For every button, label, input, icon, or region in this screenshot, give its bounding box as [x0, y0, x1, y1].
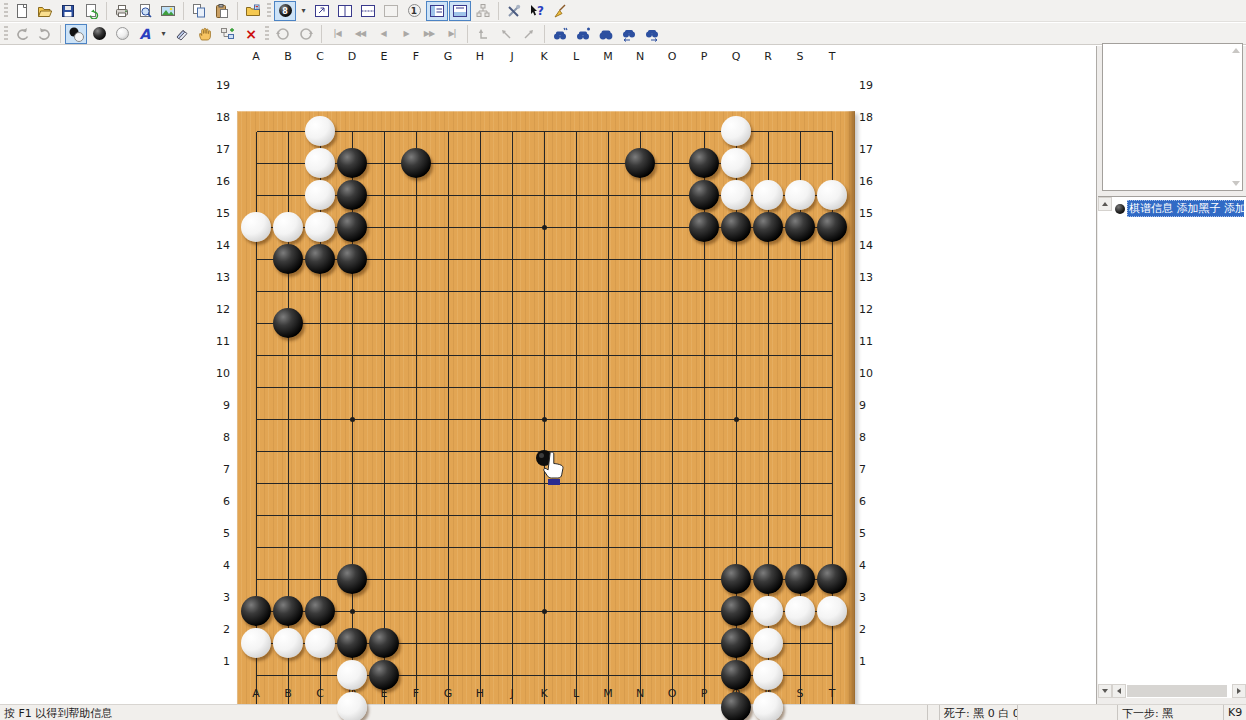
pane-layout-button[interactable]: [380, 1, 402, 21]
cell-J2[interactable]: [496, 659, 528, 691]
toolbar-gripper[interactable]: [267, 3, 271, 19]
cell-B9[interactable]: [272, 435, 304, 467]
branch-up-button[interactable]: [472, 24, 494, 44]
cell-P14[interactable]: [688, 275, 720, 307]
cell-L15[interactable]: [560, 243, 592, 275]
copy-button[interactable]: [188, 1, 210, 21]
cell-P13[interactable]: [688, 307, 720, 339]
cell-D1[interactable]: [336, 691, 368, 720]
cell-F2[interactable]: [400, 659, 432, 691]
cell-K19[interactable]: [528, 115, 560, 147]
cell-J5[interactable]: [496, 563, 528, 595]
cell-Q7[interactable]: [720, 499, 752, 531]
cell-B15[interactable]: [272, 243, 304, 275]
cell-T17[interactable]: [816, 179, 848, 211]
cell-F18[interactable]: [400, 147, 432, 179]
cell-A4[interactable]: [240, 595, 272, 627]
cell-L16[interactable]: [560, 211, 592, 243]
cell-D7[interactable]: [336, 499, 368, 531]
cell-B7[interactable]: [272, 499, 304, 531]
tree-scroll-down-button[interactable]: [1098, 684, 1112, 698]
tools-button[interactable]: [503, 1, 525, 21]
cell-A8[interactable]: [240, 467, 272, 499]
cell-F17[interactable]: [400, 179, 432, 211]
cell-R5[interactable]: [752, 563, 784, 595]
cell-E16[interactable]: [368, 211, 400, 243]
redo-button[interactable]: [34, 24, 56, 44]
cell-D13[interactable]: [336, 307, 368, 339]
cell-A1[interactable]: [240, 691, 272, 720]
cell-N19[interactable]: [624, 115, 656, 147]
cell-L3[interactable]: [560, 627, 592, 659]
cell-N14[interactable]: [624, 275, 656, 307]
cell-E15[interactable]: [368, 243, 400, 275]
cell-A5[interactable]: [240, 563, 272, 595]
rotate-right-button[interactable]: [295, 24, 317, 44]
comment-pane-button[interactable]: [449, 1, 471, 21]
cell-Q11[interactable]: [720, 371, 752, 403]
find-next-button[interactable]: [641, 24, 663, 44]
cell-C7[interactable]: [304, 499, 336, 531]
cell-T3[interactable]: [816, 627, 848, 659]
cell-M4[interactable]: [592, 595, 624, 627]
cell-F19[interactable]: [400, 115, 432, 147]
cell-D11[interactable]: [336, 371, 368, 403]
cell-D10[interactable]: [336, 403, 368, 435]
clean-board-button[interactable]: [549, 1, 571, 21]
cell-S4[interactable]: [784, 595, 816, 627]
cell-J13[interactable]: [496, 307, 528, 339]
cell-L19[interactable]: [560, 115, 592, 147]
open-file-button[interactable]: [34, 1, 56, 21]
cell-C12[interactable]: [304, 339, 336, 371]
cell-S14[interactable]: [784, 275, 816, 307]
label-mode-button[interactable]: A: [134, 24, 156, 44]
cell-L10[interactable]: [560, 403, 592, 435]
export-image-button[interactable]: [157, 1, 179, 21]
cell-D6[interactable]: [336, 531, 368, 563]
toolbar-gripper[interactable]: [4, 26, 8, 42]
cell-H14[interactable]: [464, 275, 496, 307]
move-numbers-dropdown[interactable]: ▾: [297, 1, 310, 21]
tree-pane-button[interactable]: [426, 1, 448, 21]
cell-L4[interactable]: [560, 595, 592, 627]
cell-T18[interactable]: [816, 147, 848, 179]
cell-A10[interactable]: [240, 403, 272, 435]
cell-J1[interactable]: [496, 691, 528, 720]
cell-N4[interactable]: [624, 595, 656, 627]
cell-S18[interactable]: [784, 147, 816, 179]
cell-C6[interactable]: [304, 531, 336, 563]
cell-F9[interactable]: [400, 435, 432, 467]
cell-M12[interactable]: [592, 339, 624, 371]
context-help-button[interactable]: ?: [526, 1, 548, 21]
cell-N10[interactable]: [624, 403, 656, 435]
cell-M13[interactable]: [592, 307, 624, 339]
cell-C18[interactable]: [304, 147, 336, 179]
cell-L18[interactable]: [560, 147, 592, 179]
cell-S7[interactable]: [784, 499, 816, 531]
cell-Q16[interactable]: [720, 211, 752, 243]
cell-M3[interactable]: [592, 627, 624, 659]
cell-O3[interactable]: [656, 627, 688, 659]
cell-R2[interactable]: [752, 659, 784, 691]
cell-P9[interactable]: [688, 435, 720, 467]
tree-root-node[interactable]: 棋谱信息 添加黑子 添加白: [1114, 200, 1244, 217]
undo-button[interactable]: [11, 24, 33, 44]
toolbar-gripper[interactable]: [4, 3, 8, 19]
cell-G11[interactable]: [432, 371, 464, 403]
cell-R12[interactable]: [752, 339, 784, 371]
cell-G7[interactable]: [432, 499, 464, 531]
cell-O19[interactable]: [656, 115, 688, 147]
cell-Q15[interactable]: [720, 243, 752, 275]
pass-button[interactable]: [194, 24, 216, 44]
cell-T8[interactable]: [816, 467, 848, 499]
cell-F10[interactable]: [400, 403, 432, 435]
cell-N16[interactable]: [624, 211, 656, 243]
cell-K1[interactable]: [528, 691, 560, 720]
cell-T4[interactable]: [816, 595, 848, 627]
cell-S1[interactable]: [784, 691, 816, 720]
tree-scroll-up-button[interactable]: [1098, 197, 1112, 211]
cell-H15[interactable]: [464, 243, 496, 275]
cell-R14[interactable]: [752, 275, 784, 307]
cell-P3[interactable]: [688, 627, 720, 659]
cell-R6[interactable]: [752, 531, 784, 563]
new-file-button[interactable]: [11, 1, 33, 21]
cell-N2[interactable]: [624, 659, 656, 691]
cell-G9[interactable]: [432, 435, 464, 467]
cell-F11[interactable]: [400, 371, 432, 403]
cell-L11[interactable]: [560, 371, 592, 403]
cell-H8[interactable]: [464, 467, 496, 499]
cell-E6[interactable]: [368, 531, 400, 563]
cell-J4[interactable]: [496, 595, 528, 627]
cell-N1[interactable]: [624, 691, 656, 720]
cell-N15[interactable]: [624, 243, 656, 275]
cell-H10[interactable]: [464, 403, 496, 435]
cell-A9[interactable]: [240, 435, 272, 467]
cell-F12[interactable]: [400, 339, 432, 371]
cell-B14[interactable]: [272, 275, 304, 307]
cell-M5[interactable]: [592, 563, 624, 595]
cell-A19[interactable]: [240, 115, 272, 147]
cell-F4[interactable]: [400, 595, 432, 627]
cell-M17[interactable]: [592, 179, 624, 211]
cell-A3[interactable]: [240, 627, 272, 659]
cell-T12[interactable]: [816, 339, 848, 371]
cell-P18[interactable]: [688, 147, 720, 179]
cell-C2[interactable]: [304, 659, 336, 691]
cell-S8[interactable]: [784, 467, 816, 499]
cell-H7[interactable]: [464, 499, 496, 531]
cell-B2[interactable]: [272, 659, 304, 691]
cell-E11[interactable]: [368, 371, 400, 403]
cell-H11[interactable]: [464, 371, 496, 403]
cell-M10[interactable]: [592, 403, 624, 435]
cell-S2[interactable]: [784, 659, 816, 691]
cell-D2[interactable]: [336, 659, 368, 691]
cell-F3[interactable]: [400, 627, 432, 659]
cell-H18[interactable]: [464, 147, 496, 179]
cell-D17[interactable]: [336, 179, 368, 211]
cell-G3[interactable]: [432, 627, 464, 659]
cell-R18[interactable]: [752, 147, 784, 179]
cell-J16[interactable]: [496, 211, 528, 243]
find-prev-button[interactable]: [618, 24, 640, 44]
cell-S16[interactable]: [784, 211, 816, 243]
cell-B16[interactable]: [272, 211, 304, 243]
cell-H3[interactable]: [464, 627, 496, 659]
scroll-up-icon[interactable]: [1232, 48, 1240, 53]
cell-D9[interactable]: [336, 435, 368, 467]
back-button[interactable]: ◀: [372, 24, 394, 44]
cell-T10[interactable]: [816, 403, 848, 435]
cell-P19[interactable]: [688, 115, 720, 147]
cell-F15[interactable]: [400, 243, 432, 275]
cell-C1[interactable]: [304, 691, 336, 720]
cell-Q9[interactable]: [720, 435, 752, 467]
horizontal-split-button[interactable]: [357, 1, 379, 21]
cell-M8[interactable]: [592, 467, 624, 499]
cell-F8[interactable]: [400, 467, 432, 499]
cell-O16[interactable]: [656, 211, 688, 243]
delete-node-button[interactable]: ×: [240, 24, 262, 44]
cell-M18[interactable]: [592, 147, 624, 179]
cell-C13[interactable]: [304, 307, 336, 339]
cell-J11[interactable]: [496, 371, 528, 403]
cell-S19[interactable]: [784, 115, 816, 147]
cell-R1[interactable]: [752, 691, 784, 720]
cell-A17[interactable]: [240, 179, 272, 211]
cell-N12[interactable]: [624, 339, 656, 371]
cell-K17[interactable]: [528, 179, 560, 211]
cell-N11[interactable]: [624, 371, 656, 403]
cell-J10[interactable]: [496, 403, 528, 435]
cell-C8[interactable]: [304, 467, 336, 499]
cell-E1[interactable]: [368, 691, 400, 720]
cell-D16[interactable]: [336, 211, 368, 243]
cell-L5[interactable]: [560, 563, 592, 595]
cell-G5[interactable]: [432, 563, 464, 595]
cell-G12[interactable]: [432, 339, 464, 371]
cell-E8[interactable]: [368, 467, 400, 499]
cell-J18[interactable]: [496, 147, 528, 179]
cell-H12[interactable]: [464, 339, 496, 371]
cell-E10[interactable]: [368, 403, 400, 435]
cell-J19[interactable]: [496, 115, 528, 147]
cell-T5[interactable]: [816, 563, 848, 595]
cell-E18[interactable]: [368, 147, 400, 179]
cell-C17[interactable]: [304, 179, 336, 211]
cell-E12[interactable]: [368, 339, 400, 371]
cell-H5[interactable]: [464, 563, 496, 595]
cell-B5[interactable]: [272, 563, 304, 595]
cell-L2[interactable]: [560, 659, 592, 691]
cell-H1[interactable]: [464, 691, 496, 720]
cell-P5[interactable]: [688, 563, 720, 595]
scroll-down-icon[interactable]: [1232, 181, 1240, 186]
cell-C3[interactable]: [304, 627, 336, 659]
cell-G19[interactable]: [432, 115, 464, 147]
cell-O7[interactable]: [656, 499, 688, 531]
cell-S17[interactable]: [784, 179, 816, 211]
last-move-button[interactable]: ▶|: [441, 24, 463, 44]
cell-S15[interactable]: [784, 243, 816, 275]
cell-D3[interactable]: [336, 627, 368, 659]
tree-hscroll-thumb[interactable]: [1127, 685, 1227, 697]
cell-S6[interactable]: [784, 531, 816, 563]
cell-B13[interactable]: [272, 307, 304, 339]
cell-C19[interactable]: [304, 115, 336, 147]
cell-R15[interactable]: [752, 243, 784, 275]
cell-G14[interactable]: [432, 275, 464, 307]
cell-O5[interactable]: [656, 563, 688, 595]
tree-scroll-right-button[interactable]: [1232, 684, 1246, 698]
cell-G6[interactable]: [432, 531, 464, 563]
cell-M2[interactable]: [592, 659, 624, 691]
cell-Q13[interactable]: [720, 307, 752, 339]
insert-node-button[interactable]: [217, 24, 239, 44]
cell-E2[interactable]: [368, 659, 400, 691]
cell-B3[interactable]: [272, 627, 304, 659]
cell-L14[interactable]: [560, 275, 592, 307]
cell-P10[interactable]: [688, 403, 720, 435]
cell-G10[interactable]: [432, 403, 464, 435]
forward-button[interactable]: ▶: [395, 24, 417, 44]
find-mark-button[interactable]: [572, 24, 594, 44]
cell-D14[interactable]: [336, 275, 368, 307]
number-from-1-button[interactable]: 1: [403, 1, 425, 21]
cell-J6[interactable]: [496, 531, 528, 563]
cell-S13[interactable]: [784, 307, 816, 339]
cell-J8[interactable]: [496, 467, 528, 499]
cell-K5[interactable]: [528, 563, 560, 595]
cell-A14[interactable]: [240, 275, 272, 307]
cell-T6[interactable]: [816, 531, 848, 563]
cell-M7[interactable]: [592, 499, 624, 531]
label-mode-dropdown[interactable]: ▾: [157, 24, 170, 44]
save-button[interactable]: [57, 1, 79, 21]
cell-C15[interactable]: [304, 243, 336, 275]
cell-F13[interactable]: [400, 307, 432, 339]
cell-T7[interactable]: [816, 499, 848, 531]
cell-G15[interactable]: [432, 243, 464, 275]
cell-A2[interactable]: [240, 659, 272, 691]
cell-B11[interactable]: [272, 371, 304, 403]
cell-C5[interactable]: [304, 563, 336, 595]
cell-S3[interactable]: [784, 627, 816, 659]
cell-K15[interactable]: [528, 243, 560, 275]
first-move-button[interactable]: |◀: [326, 24, 348, 44]
forward-10-button[interactable]: ▶▶: [418, 24, 440, 44]
game-info-button[interactable]: [242, 1, 264, 21]
cell-T2[interactable]: [816, 659, 848, 691]
print-button[interactable]: [111, 1, 133, 21]
cell-Q3[interactable]: [720, 627, 752, 659]
cell-P6[interactable]: [688, 531, 720, 563]
cell-K16[interactable]: [528, 211, 560, 243]
cell-C11[interactable]: [304, 371, 336, 403]
cell-Q1[interactable]: [720, 691, 752, 720]
cell-L6[interactable]: [560, 531, 592, 563]
cell-A7[interactable]: [240, 499, 272, 531]
cell-L1[interactable]: [560, 691, 592, 720]
cell-L12[interactable]: [560, 339, 592, 371]
cell-D4[interactable]: [336, 595, 368, 627]
tree-scroll-left-button[interactable]: [1112, 684, 1126, 698]
cell-D18[interactable]: [336, 147, 368, 179]
cell-K7[interactable]: [528, 499, 560, 531]
cell-M11[interactable]: [592, 371, 624, 403]
cell-M6[interactable]: [592, 531, 624, 563]
comment-box[interactable]: [1102, 43, 1243, 191]
cell-R16[interactable]: [752, 211, 784, 243]
next-branch-button[interactable]: [518, 24, 540, 44]
cell-D12[interactable]: [336, 339, 368, 371]
cell-D15[interactable]: [336, 243, 368, 275]
cell-E3[interactable]: [368, 627, 400, 659]
cell-E17[interactable]: [368, 179, 400, 211]
cell-C9[interactable]: [304, 435, 336, 467]
cell-F5[interactable]: [400, 563, 432, 595]
prev-branch-button[interactable]: [495, 24, 517, 44]
cell-O17[interactable]: [656, 179, 688, 211]
vertical-split-button[interactable]: [334, 1, 356, 21]
cell-O1[interactable]: [656, 691, 688, 720]
cell-N18[interactable]: [624, 147, 656, 179]
cell-T11[interactable]: [816, 371, 848, 403]
cell-J3[interactable]: [496, 627, 528, 659]
white-stone-button[interactable]: [111, 24, 133, 44]
cell-A16[interactable]: [240, 211, 272, 243]
cell-H16[interactable]: [464, 211, 496, 243]
cell-C14[interactable]: [304, 275, 336, 307]
cell-P2[interactable]: [688, 659, 720, 691]
eraser-button[interactable]: [171, 24, 193, 44]
cell-K2[interactable]: [528, 659, 560, 691]
cell-P8[interactable]: [688, 467, 720, 499]
cell-N17[interactable]: [624, 179, 656, 211]
save-copy-button[interactable]: [80, 1, 102, 21]
cell-R11[interactable]: [752, 371, 784, 403]
find-button[interactable]: [595, 24, 617, 44]
cell-K11[interactable]: [528, 371, 560, 403]
cell-Q19[interactable]: [720, 115, 752, 147]
alternate-move-button[interactable]: [65, 24, 87, 44]
cell-A11[interactable]: [240, 371, 272, 403]
cell-G13[interactable]: [432, 307, 464, 339]
cell-H4[interactable]: [464, 595, 496, 627]
cell-F16[interactable]: [400, 211, 432, 243]
cell-F6[interactable]: [400, 531, 432, 563]
cell-Q5[interactable]: [720, 563, 752, 595]
cell-T16[interactable]: [816, 211, 848, 243]
cell-O9[interactable]: [656, 435, 688, 467]
cell-J17[interactable]: [496, 179, 528, 211]
cell-C4[interactable]: [304, 595, 336, 627]
cell-R19[interactable]: [752, 115, 784, 147]
cell-Q4[interactable]: [720, 595, 752, 627]
cell-T15[interactable]: [816, 243, 848, 275]
cell-O4[interactable]: [656, 595, 688, 627]
cell-Q12[interactable]: [720, 339, 752, 371]
cell-J9[interactable]: [496, 435, 528, 467]
cell-P4[interactable]: [688, 595, 720, 627]
cell-K4[interactable]: [528, 595, 560, 627]
cell-Q17[interactable]: [720, 179, 752, 211]
